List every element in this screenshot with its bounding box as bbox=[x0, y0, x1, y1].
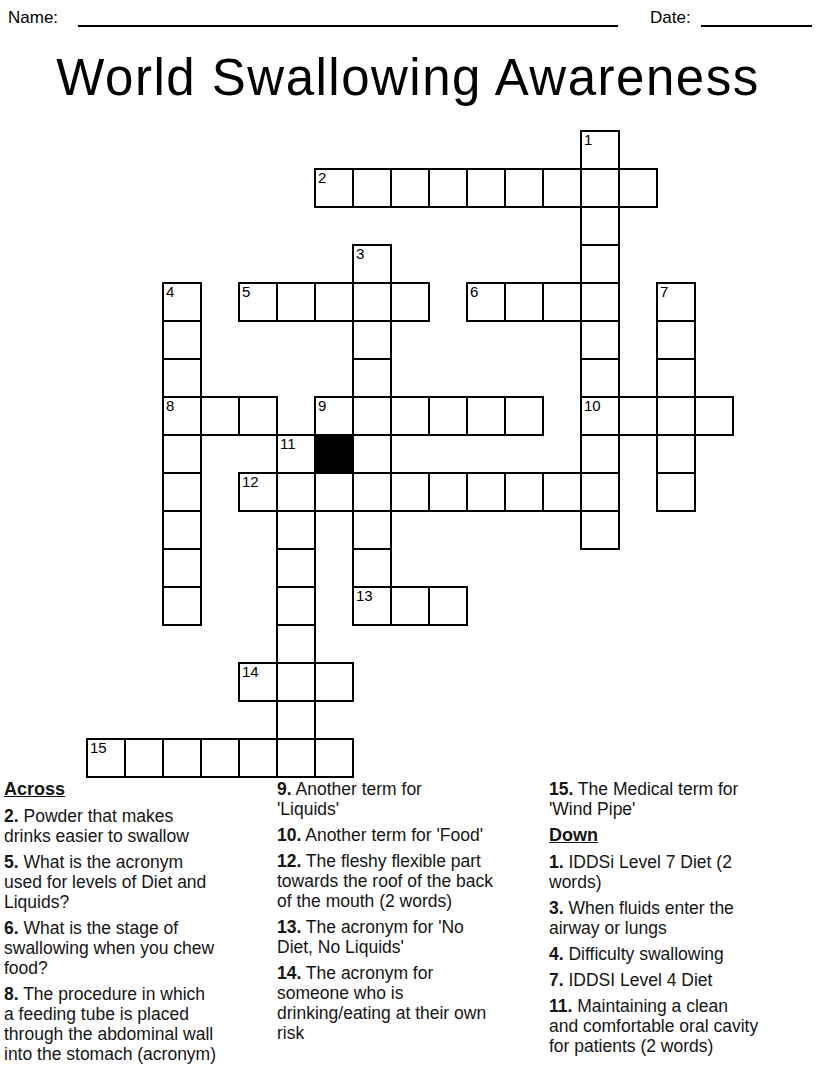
clue-across-2: 2. Powder that makes drinks easier to sw… bbox=[4, 806, 270, 846]
cell-r4c4[interactable]: 5 bbox=[238, 282, 278, 322]
cell-r4c15[interactable]: 7 bbox=[656, 282, 696, 322]
cell-r11c5[interactable] bbox=[276, 548, 316, 588]
cell-r3c13[interactable] bbox=[580, 244, 620, 284]
clue-text: IDDSi Level 7 Diet (2 words) bbox=[549, 852, 732, 892]
cell-number-5: 5 bbox=[242, 283, 250, 300]
cell-r9c15[interactable] bbox=[656, 472, 696, 512]
clues-column-1: Across2. Powder that makes drinks easier… bbox=[4, 779, 270, 1070]
clue-down-4: 4. Difficulty swallowing bbox=[549, 944, 812, 964]
clue-text: Another term for 'Food' bbox=[301, 825, 483, 845]
cell-number-15: 15 bbox=[90, 739, 107, 756]
clue-number: 10. bbox=[277, 825, 301, 845]
cell-number-1: 1 bbox=[584, 131, 592, 148]
cell-r6c13[interactable] bbox=[580, 358, 620, 398]
clue-text: The fleshy flexible part towards the roo… bbox=[277, 851, 493, 911]
clue-across-12: 12. The fleshy flexible part towards the… bbox=[277, 851, 539, 911]
clue-number: 8. bbox=[4, 984, 19, 1004]
cell-r0c13[interactable]: 1 bbox=[580, 130, 620, 170]
clue-text: Another term for 'Liquids' bbox=[277, 779, 422, 819]
cell-r9c10[interactable] bbox=[466, 472, 506, 512]
cell-r11c2[interactable] bbox=[162, 548, 202, 588]
cell-r10c7[interactable] bbox=[352, 510, 392, 550]
cell-r7c4[interactable] bbox=[238, 396, 278, 436]
cell-number-10: 10 bbox=[584, 397, 601, 414]
cell-number-7: 7 bbox=[660, 283, 668, 300]
clue-number: 15. bbox=[549, 779, 573, 799]
cell-r15c5[interactable] bbox=[276, 700, 316, 740]
clue-number: 1. bbox=[549, 852, 564, 872]
cell-r12c7[interactable]: 13 bbox=[352, 586, 392, 626]
cell-r4c11[interactable] bbox=[504, 282, 544, 322]
cell-r1c7[interactable] bbox=[352, 168, 392, 208]
cell-r6c15[interactable] bbox=[656, 358, 696, 398]
clue-number: 9. bbox=[277, 779, 292, 799]
cell-r9c12[interactable] bbox=[542, 472, 582, 512]
cell-number-3: 3 bbox=[356, 245, 364, 262]
clue-across-5: 5. What is the acronym used for levels o… bbox=[4, 852, 270, 912]
crossword-grid: 123456789101112131415 bbox=[86, 130, 734, 778]
cell-r13c5[interactable] bbox=[276, 624, 316, 664]
cell-r4c2[interactable]: 4 bbox=[162, 282, 202, 322]
cell-r8c15[interactable] bbox=[656, 434, 696, 474]
cell-r4c6[interactable] bbox=[314, 282, 354, 322]
cell-number-6: 6 bbox=[470, 283, 478, 300]
cell-r8c5[interactable]: 11 bbox=[276, 434, 316, 474]
clue-text: Difficulty swallowing bbox=[564, 944, 724, 964]
cell-r12c2[interactable] bbox=[162, 586, 202, 626]
crossword-worksheet-page: Name: Date: World Swallowing Awareness 1… bbox=[0, 0, 816, 1083]
cell-r7c10[interactable] bbox=[466, 396, 506, 436]
cell-r16c5[interactable] bbox=[276, 738, 316, 778]
cell-r2c13[interactable] bbox=[580, 206, 620, 246]
cell-r9c6[interactable] bbox=[314, 472, 354, 512]
clue-text: Powder that makes drinks easier to swall… bbox=[4, 806, 189, 846]
cell-r4c13[interactable] bbox=[580, 282, 620, 322]
clue-text: What is the acronym used for levels of D… bbox=[4, 852, 206, 912]
cell-r1c12[interactable] bbox=[542, 168, 582, 208]
clue-text: When fluids enter the airway or lungs bbox=[549, 898, 734, 938]
cell-r9c11[interactable] bbox=[504, 472, 544, 512]
cell-r1c8[interactable] bbox=[390, 168, 430, 208]
cell-r5c13[interactable] bbox=[580, 320, 620, 360]
cell-r1c6[interactable]: 2 bbox=[314, 168, 354, 208]
cell-r4c12[interactable] bbox=[542, 282, 582, 322]
clue-across-6: 6. What is the stage of swallowing when … bbox=[4, 918, 270, 978]
cell-r9c8[interactable] bbox=[390, 472, 430, 512]
date-label: Date: bbox=[650, 8, 691, 28]
cell-number-11: 11 bbox=[280, 435, 296, 452]
cell-r5c15[interactable] bbox=[656, 320, 696, 360]
cell-r9c4[interactable]: 12 bbox=[238, 472, 278, 512]
cell-r16c3[interactable] bbox=[200, 738, 240, 778]
cell-r7c13[interactable]: 10 bbox=[580, 396, 620, 436]
cell-r9c9[interactable] bbox=[428, 472, 468, 512]
clue-text: What is the stage of swallowing when you… bbox=[4, 918, 214, 978]
clue-number: 2. bbox=[4, 806, 19, 826]
cell-r11c7[interactable] bbox=[352, 548, 392, 588]
cell-r8c13[interactable] bbox=[580, 434, 620, 474]
cell-r7c14[interactable] bbox=[618, 396, 658, 436]
clue-text: Maintaining a clean and comfortable oral… bbox=[549, 996, 758, 1056]
clue-text: The acronym for someone who is drinking/… bbox=[277, 963, 486, 1043]
cell-r10c2[interactable] bbox=[162, 510, 202, 550]
cell-r9c2[interactable] bbox=[162, 472, 202, 512]
clue-number: 5. bbox=[4, 852, 19, 872]
cell-r8c7[interactable] bbox=[352, 434, 392, 474]
cell-r8c2[interactable] bbox=[162, 434, 202, 474]
clue-across-14: 14. The acronym for someone who is drink… bbox=[277, 963, 539, 1043]
cell-r4c7[interactable] bbox=[352, 282, 392, 322]
down-header: Down bbox=[549, 825, 812, 845]
cell-number-9: 9 bbox=[318, 397, 326, 414]
clue-number: 11. bbox=[549, 996, 572, 1016]
black-cell-r8c6 bbox=[314, 434, 354, 474]
cell-r1c14[interactable] bbox=[618, 168, 658, 208]
cell-r5c2[interactable] bbox=[162, 320, 202, 360]
clue-number: 4. bbox=[549, 944, 564, 964]
cell-number-2: 2 bbox=[318, 169, 326, 186]
name-blank-line bbox=[78, 25, 618, 27]
cell-r12c8[interactable] bbox=[390, 586, 430, 626]
cell-r1c11[interactable] bbox=[504, 168, 544, 208]
cell-r9c7[interactable] bbox=[352, 472, 392, 512]
cell-number-14: 14 bbox=[242, 663, 259, 680]
cell-r16c2[interactable] bbox=[162, 738, 202, 778]
cell-r7c2[interactable]: 8 bbox=[162, 396, 202, 436]
clue-down-3: 3. When fluids enter the airway or lungs bbox=[549, 898, 812, 938]
clue-across-10: 10. Another term for 'Food' bbox=[277, 825, 539, 845]
cell-r7c16[interactable] bbox=[694, 396, 734, 436]
clue-text: The acronym for 'No Diet, No Liquids' bbox=[277, 917, 464, 957]
clue-down-1: 1. IDDSi Level 7 Diet (2 words) bbox=[549, 852, 812, 892]
cell-r3c7[interactable]: 3 bbox=[352, 244, 392, 284]
cell-r9c5[interactable] bbox=[276, 472, 316, 512]
cell-r5c7[interactable] bbox=[352, 320, 392, 360]
cell-r16c0[interactable]: 15 bbox=[86, 738, 126, 778]
clue-across-9: 9. Another term for 'Liquids' bbox=[277, 779, 539, 819]
cell-number-4: 4 bbox=[166, 283, 174, 300]
cell-r7c8[interactable] bbox=[390, 396, 430, 436]
clue-text: The Medical term for 'Wind Pipe' bbox=[549, 779, 738, 819]
cell-r16c4[interactable] bbox=[238, 738, 278, 778]
clue-number: 12. bbox=[277, 851, 301, 871]
cell-r1c10[interactable] bbox=[466, 168, 506, 208]
clue-down-11: 11. Maintaining a clean and comfortable … bbox=[549, 996, 812, 1056]
cell-r12c9[interactable] bbox=[428, 586, 468, 626]
cell-r7c7[interactable] bbox=[352, 396, 392, 436]
clues-column-2: 9. Another term for 'Liquids'10. Another… bbox=[277, 779, 539, 1049]
clue-down-7: 7. IDDSI Level 4 Diet bbox=[549, 970, 812, 990]
name-label: Name: bbox=[8, 8, 58, 28]
cell-r10c13[interactable] bbox=[580, 510, 620, 550]
clue-number: 7. bbox=[549, 970, 564, 990]
cell-r16c1[interactable] bbox=[124, 738, 164, 778]
cell-r1c13[interactable] bbox=[580, 168, 620, 208]
cell-r16c6[interactable] bbox=[314, 738, 354, 778]
cell-r14c5[interactable] bbox=[276, 662, 316, 702]
cell-r6c2[interactable] bbox=[162, 358, 202, 398]
clue-across-13: 13. The acronym for 'No Diet, No Liquids… bbox=[277, 917, 539, 957]
cell-r4c10[interactable]: 6 bbox=[466, 282, 506, 322]
cell-r12c5[interactable] bbox=[276, 586, 316, 626]
cell-r7c11[interactable] bbox=[504, 396, 544, 436]
cell-number-13: 13 bbox=[356, 587, 373, 604]
cell-r4c8[interactable] bbox=[390, 282, 430, 322]
cell-r7c6[interactable]: 9 bbox=[314, 396, 354, 436]
cell-r4c5[interactable] bbox=[276, 282, 316, 322]
clue-across-8: 8. The procedure in which a feeding tube… bbox=[4, 984, 270, 1064]
cell-number-8: 8 bbox=[166, 397, 174, 414]
date-blank-line bbox=[701, 25, 812, 27]
cell-r7c9[interactable] bbox=[428, 396, 468, 436]
clue-number: 3. bbox=[549, 898, 564, 918]
puzzle-title: World Swallowing Awareness bbox=[0, 48, 816, 107]
cell-r1c9[interactable] bbox=[428, 168, 468, 208]
cell-r7c3[interactable] bbox=[200, 396, 240, 436]
cell-r10c5[interactable] bbox=[276, 510, 316, 550]
cell-r7c15[interactable] bbox=[656, 396, 696, 436]
clue-text: IDDSI Level 4 Diet bbox=[564, 970, 713, 990]
clues-column-3: 15. The Medical term for 'Wind Pipe'Down… bbox=[549, 779, 812, 1062]
clue-text: The procedure in which a feeding tube is… bbox=[4, 984, 216, 1064]
clue-number: 13. bbox=[277, 917, 301, 937]
across-header: Across bbox=[4, 779, 270, 799]
cell-r14c4[interactable]: 14 bbox=[238, 662, 278, 702]
cell-r14c6[interactable] bbox=[314, 662, 354, 702]
clue-number: 6. bbox=[4, 918, 19, 938]
cell-r6c7[interactable] bbox=[352, 358, 392, 398]
clue-number: 14. bbox=[277, 963, 301, 983]
cell-r9c13[interactable] bbox=[580, 472, 620, 512]
clue-across-15: 15. The Medical term for 'Wind Pipe' bbox=[549, 779, 812, 819]
cell-number-12: 12 bbox=[242, 473, 259, 490]
